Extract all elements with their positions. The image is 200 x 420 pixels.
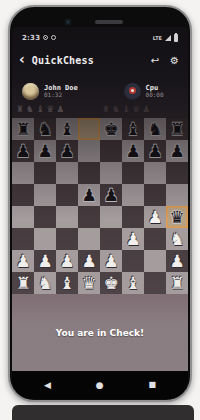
square-a7[interactable]: ♟ [12, 140, 34, 162]
white-player-clock: 01:32 [44, 92, 78, 99]
nav-home-icon[interactable]: ● [96, 381, 104, 390]
white-queen: ♛ [78, 272, 100, 294]
status-bar: 2:33 LTE [12, 27, 188, 45]
cpu-avatar [124, 83, 141, 100]
square-e4[interactable] [100, 206, 122, 228]
page-title: QuickChess [32, 55, 151, 66]
square-b6[interactable] [34, 162, 56, 184]
black-player: Cpu 00:00 [104, 79, 188, 103]
square-g6[interactable] [144, 162, 166, 184]
square-b3[interactable] [34, 228, 56, 250]
white-knight: ♞ [34, 272, 56, 294]
black-rook: ♜ [166, 118, 188, 140]
square-a1[interactable]: ♜ [12, 272, 34, 294]
square-d7[interactable] [78, 140, 100, 162]
black-queen: ♛ [166, 206, 188, 228]
square-a8[interactable]: ♜ [12, 118, 34, 140]
square-f2[interactable] [122, 250, 144, 272]
black-pawn: ♟ [122, 140, 144, 162]
square-h8[interactable]: ♜ [166, 118, 188, 140]
white-knight: ♞ [166, 228, 188, 250]
white-pawn: ♟ [12, 250, 34, 272]
white-rook: ♜ [12, 272, 34, 294]
square-c2[interactable]: ♟ [56, 250, 78, 272]
square-f4[interactable] [122, 206, 144, 228]
white-pawn: ♟ [122, 228, 144, 250]
square-d4[interactable] [78, 206, 100, 228]
white-king: ♚ [100, 272, 122, 294]
square-e5[interactable]: ♟ [100, 184, 122, 206]
front-camera-icon [65, 19, 71, 25]
network-type-label: LTE [153, 35, 162, 41]
square-c4[interactable] [56, 206, 78, 228]
square-g3[interactable] [144, 228, 166, 250]
square-b4[interactable] [34, 206, 56, 228]
chess-board: ♜♞♝♚♝♞♜♟♟♟♟♟♟♟♟♟♛♟♞♟♟♟♟♟♟♜♞♝♛♚♝♜ [12, 118, 188, 294]
captured-trays: ♜♞♝♛♟ ♜♞♝♛♟ [12, 103, 188, 116]
signal-icon [165, 35, 171, 41]
android-nav-bar: ◀ ● ■ [12, 371, 188, 399]
captured-tray-black: ♜♞♝♛♟ [100, 103, 188, 116]
black-bishop: ♝ [122, 118, 144, 140]
square-d3[interactable] [78, 228, 100, 250]
square-a4[interactable] [12, 206, 34, 228]
square-a3[interactable] [12, 228, 34, 250]
square-b2[interactable]: ♟ [34, 250, 56, 272]
square-f5[interactable] [122, 184, 144, 206]
back-icon[interactable]: ‹ [19, 52, 25, 66]
square-d5[interactable]: ♟ [78, 184, 100, 206]
square-d1[interactable]: ♛ [78, 272, 100, 294]
white-pawn: ♟ [166, 250, 188, 272]
square-e6[interactable] [100, 162, 122, 184]
white-bishop: ♝ [56, 272, 78, 294]
black-knight: ♞ [34, 118, 56, 140]
nav-back-icon[interactable]: ◀ [44, 381, 51, 390]
black-pawn: ♟ [100, 184, 122, 206]
notification-dot-icon [43, 35, 48, 40]
black-pawn: ♟ [78, 184, 100, 206]
square-g8[interactable]: ♞ [144, 118, 166, 140]
black-pawn: ♟ [12, 140, 34, 162]
notification-circle-icon [51, 35, 56, 40]
white-bishop: ♝ [122, 272, 144, 294]
black-knight: ♞ [144, 118, 166, 140]
nav-recents-icon[interactable]: ■ [148, 381, 156, 389]
settings-gear-icon[interactable]: ⚙ [170, 55, 179, 66]
check-message: You are in Check! [56, 328, 144, 338]
square-g2[interactable] [144, 250, 166, 272]
square-f6[interactable] [122, 162, 144, 184]
white-rook: ♜ [166, 272, 188, 294]
square-d8[interactable] [78, 118, 100, 140]
square-d6[interactable] [78, 162, 100, 184]
message-area: You are in Check! [12, 294, 188, 371]
square-e3[interactable] [100, 228, 122, 250]
square-h4[interactable]: ♛ [166, 206, 188, 228]
square-h7[interactable]: ♟ [166, 140, 188, 162]
square-c3[interactable] [56, 228, 78, 250]
square-h3[interactable]: ♞ [166, 228, 188, 250]
square-c6[interactable] [56, 162, 78, 184]
square-b7[interactable]: ♟ [34, 140, 56, 162]
square-b8[interactable]: ♞ [34, 118, 56, 140]
square-e8[interactable]: ♚ [100, 118, 122, 140]
square-c1[interactable]: ♝ [56, 272, 78, 294]
square-f1[interactable]: ♝ [122, 272, 144, 294]
square-h1[interactable]: ♜ [166, 272, 188, 294]
earpiece-speaker [95, 20, 123, 24]
phone-frame: 2:33 LTE ‹ QuickChess ↩ ⚙ [8, 5, 192, 402]
captured-tray-white: ♜♞♝♛♟ [12, 103, 100, 116]
square-b5[interactable] [34, 184, 56, 206]
square-c7[interactable]: ♟ [56, 140, 78, 162]
square-a2[interactable]: ♟ [12, 250, 34, 272]
app-bar: ‹ QuickChess ↩ ⚙ [12, 45, 188, 75]
phone-stand-shadow [12, 405, 194, 420]
undo-move-icon[interactable]: ↩ [151, 55, 159, 66]
white-pawn: ♟ [100, 250, 122, 272]
square-g7[interactable]: ♟ [144, 140, 166, 162]
square-e7[interactable] [100, 140, 122, 162]
square-h5[interactable] [166, 184, 188, 206]
black-pawn: ♟ [56, 140, 78, 162]
black-king: ♚ [100, 118, 122, 140]
white-player: John Doe 01:32 [12, 79, 104, 103]
black-pawn: ♟ [34, 140, 56, 162]
square-g4[interactable]: ♟ [144, 206, 166, 228]
square-e1[interactable]: ♚ [100, 272, 122, 294]
white-pawn: ♟ [144, 206, 166, 228]
square-g1[interactable] [144, 272, 166, 294]
clock-time: 2:33 [22, 34, 40, 42]
square-d2[interactable]: ♟ [78, 250, 100, 272]
black-pawn: ♟ [144, 140, 166, 162]
square-a5[interactable] [12, 184, 34, 206]
square-c8[interactable]: ♝ [56, 118, 78, 140]
square-b1[interactable]: ♞ [34, 272, 56, 294]
white-pawn: ♟ [78, 250, 100, 272]
white-pawn: ♟ [56, 250, 78, 272]
battery-icon [174, 34, 178, 42]
players-row: John Doe 01:32 Cpu 00:00 [12, 79, 188, 103]
board-area: ♜♞♝♚♝♞♜♟♟♟♟♟♟♟♟♟♛♟♞♟♟♟♟♟♟♜♞♝♛♚♝♜ [12, 118, 188, 294]
square-e2[interactable]: ♟ [100, 250, 122, 272]
black-bishop: ♝ [56, 118, 78, 140]
square-h6[interactable] [166, 162, 188, 184]
square-a6[interactable] [12, 162, 34, 184]
screen: 2:33 LTE ‹ QuickChess ↩ ⚙ [12, 27, 188, 399]
square-c5[interactable] [56, 184, 78, 206]
white-player-avatar [22, 83, 39, 100]
black-player-clock: 00:00 [146, 92, 164, 99]
black-pawn: ♟ [166, 140, 188, 162]
square-f3[interactable]: ♟ [122, 228, 144, 250]
square-g5[interactable] [144, 184, 166, 206]
square-f7[interactable]: ♟ [122, 140, 144, 162]
square-f8[interactable]: ♝ [122, 118, 144, 140]
square-h2[interactable]: ♟ [166, 250, 188, 272]
white-pawn: ♟ [34, 250, 56, 272]
black-rook: ♜ [12, 118, 34, 140]
